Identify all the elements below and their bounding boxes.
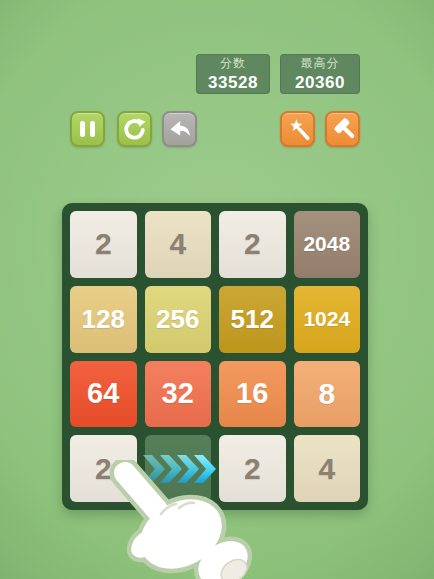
- tile-64-r3c1: 64: [70, 361, 137, 428]
- score-box: 分数 33528: [196, 54, 270, 94]
- tile-16-r3c3: 16: [219, 361, 286, 428]
- tile-1024-r2c4: 1024: [294, 286, 361, 353]
- restart-icon: [122, 117, 147, 142]
- tile-128-r2c1: 128: [70, 286, 137, 353]
- tile-8-r3c4: 8: [294, 361, 361, 428]
- tile-2-r1c3: 2: [219, 211, 286, 278]
- tile-256-r2c2: 256: [145, 286, 212, 353]
- best-score-box: 最高分 20360: [280, 54, 360, 94]
- tile-2-r4c3: 2: [219, 435, 286, 502]
- empty-cell: [145, 435, 212, 502]
- pause-icon: [80, 121, 95, 137]
- score-label: 分数: [197, 55, 269, 72]
- best-score-label: 最高分: [281, 55, 359, 72]
- magic-wand-icon: [285, 116, 311, 142]
- tile-4-r1c2: 4: [145, 211, 212, 278]
- magic-wand-button[interactable]: [280, 111, 315, 147]
- hammer-button[interactable]: [325, 111, 360, 147]
- board-grid[interactable]: 2422048128256512102464321682 24: [62, 203, 368, 510]
- hammer-icon: [330, 116, 356, 142]
- tile-2048-r1c4: 2048: [294, 211, 361, 278]
- game-screen: 分数 33528 最高分 20360 242204812825651210246…: [0, 0, 434, 579]
- tile-4-r4c4: 4: [294, 435, 361, 502]
- tile-512-r2c3: 512: [219, 286, 286, 353]
- tile-2-r4c1: 2: [70, 435, 137, 502]
- tile-2-r1c1: 2: [70, 211, 137, 278]
- swipe-right-chevrons: [145, 435, 212, 502]
- undo-button[interactable]: [162, 111, 197, 147]
- tile-32-r3c2: 32: [145, 361, 212, 428]
- pause-button[interactable]: [70, 111, 105, 147]
- best-score-value: 20360: [281, 73, 359, 93]
- undo-icon: [167, 116, 193, 142]
- restart-button[interactable]: [117, 111, 152, 147]
- score-value: 33528: [197, 73, 269, 93]
